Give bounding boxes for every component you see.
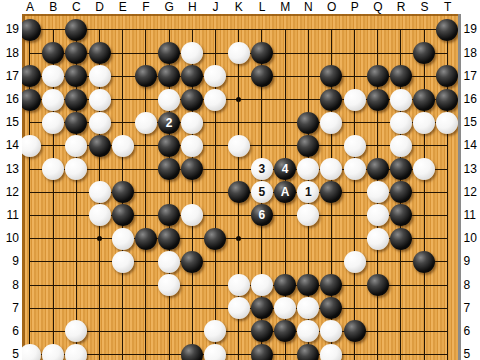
intersection-P8[interactable]	[343, 273, 366, 296]
intersection-M17[interactable]	[273, 65, 296, 88]
intersection-S7[interactable]	[413, 297, 436, 320]
intersection-E16[interactable]	[111, 88, 134, 111]
intersection-E5[interactable]	[111, 343, 134, 360]
intersection-F12[interactable]	[134, 181, 157, 204]
intersection-H19[interactable]	[181, 18, 204, 41]
intersection-K19[interactable]	[227, 18, 250, 41]
intersection-G15[interactable]: 2	[158, 111, 181, 134]
intersection-M10[interactable]	[273, 227, 296, 250]
intersection-K7[interactable]	[227, 297, 250, 320]
intersection-G12[interactable]	[158, 181, 181, 204]
intersection-K8[interactable]	[227, 273, 250, 296]
intersection-F6[interactable]	[134, 320, 157, 343]
intersection-C7[interactable]	[65, 297, 88, 320]
intersection-K18[interactable]	[227, 42, 250, 65]
intersection-R10[interactable]	[389, 227, 412, 250]
intersection-L5[interactable]	[250, 343, 273, 360]
intersection-T15[interactable]	[436, 111, 459, 134]
intersection-F15[interactable]	[134, 111, 157, 134]
intersection-D7[interactable]	[88, 297, 111, 320]
intersection-L18[interactable]	[250, 42, 273, 65]
row-label-right-10: 10	[464, 227, 480, 250]
intersection-D8[interactable]	[88, 273, 111, 296]
intersection-F19[interactable]	[134, 18, 157, 41]
intersection-J19[interactable]	[204, 18, 227, 41]
intersection-Q5[interactable]	[366, 343, 389, 360]
intersection-K6[interactable]	[227, 320, 250, 343]
intersection-G8[interactable]	[158, 273, 181, 296]
intersection-C6[interactable]	[65, 320, 88, 343]
intersection-Q12[interactable]	[366, 181, 389, 204]
intersection-H6[interactable]	[181, 320, 204, 343]
intersection-R6[interactable]	[389, 320, 412, 343]
intersection-C8[interactable]	[65, 273, 88, 296]
intersection-N13[interactable]	[297, 158, 320, 181]
intersection-O16[interactable]	[320, 88, 343, 111]
intersection-N10[interactable]	[297, 227, 320, 250]
intersection-G19[interactable]	[158, 18, 181, 41]
intersection-N16[interactable]	[297, 88, 320, 111]
black-stone-R10	[390, 228, 412, 250]
intersection-B11[interactable]	[42, 204, 65, 227]
intersection-S6[interactable]	[413, 320, 436, 343]
intersection-Q10[interactable]	[366, 227, 389, 250]
intersection-L12[interactable]: 5	[250, 181, 273, 204]
intersection-Q19[interactable]	[366, 18, 389, 41]
intersection-O15[interactable]	[320, 111, 343, 134]
intersection-F8[interactable]	[134, 273, 157, 296]
intersection-N6[interactable]	[297, 320, 320, 343]
intersection-R8[interactable]	[389, 273, 412, 296]
intersection-Q9[interactable]	[366, 250, 389, 273]
intersection-S17[interactable]	[413, 65, 436, 88]
intersection-P9[interactable]	[343, 250, 366, 273]
intersection-F18[interactable]	[134, 42, 157, 65]
intersection-J5[interactable]	[204, 343, 227, 360]
intersection-C5[interactable]	[65, 343, 88, 360]
intersection-R14[interactable]	[389, 134, 412, 157]
intersection-D5[interactable]	[88, 343, 111, 360]
grid-line-v	[261, 227, 262, 250]
intersection-O12[interactable]	[320, 181, 343, 204]
intersection-H13[interactable]	[181, 158, 204, 181]
black-stone-A16	[19, 89, 41, 111]
black-stone-A19	[19, 19, 41, 41]
intersection-G6[interactable]	[158, 320, 181, 343]
intersection-T19[interactable]	[436, 18, 459, 41]
intersection-H5[interactable]	[181, 343, 204, 360]
intersection-B15[interactable]	[42, 111, 65, 134]
intersection-G18[interactable]	[158, 42, 181, 65]
grid-line-v	[354, 297, 355, 320]
intersection-J10[interactable]	[204, 227, 227, 250]
intersection-T8[interactable]	[436, 273, 459, 296]
intersection-D15[interactable]	[88, 111, 111, 134]
intersection-J11[interactable]	[204, 204, 227, 227]
intersection-M19[interactable]	[273, 18, 296, 41]
row-label-right-18: 18	[464, 42, 480, 65]
intersection-N18[interactable]	[297, 42, 320, 65]
intersection-B17[interactable]	[42, 65, 65, 88]
intersection-F17[interactable]	[134, 65, 157, 88]
move-label-L12: 5	[259, 186, 266, 198]
intersection-R7[interactable]	[389, 297, 412, 320]
intersection-T9[interactable]	[436, 250, 459, 273]
intersection-Q6[interactable]	[366, 320, 389, 343]
intersection-D11[interactable]	[88, 204, 111, 227]
intersection-P15[interactable]	[343, 111, 366, 134]
intersection-L9[interactable]	[250, 250, 273, 273]
intersection-M15[interactable]	[273, 111, 296, 134]
intersection-M13[interactable]: 4	[273, 158, 296, 181]
intersection-N5[interactable]	[297, 343, 320, 360]
intersection-D14[interactable]	[88, 134, 111, 157]
intersection-H15[interactable]	[181, 111, 204, 134]
intersection-H16[interactable]	[181, 88, 204, 111]
intersection-C19[interactable]	[65, 18, 88, 41]
intersection-P18[interactable]	[343, 42, 366, 65]
intersection-H17[interactable]	[181, 65, 204, 88]
intersection-H9[interactable]	[181, 250, 204, 273]
intersection-G11[interactable]	[158, 204, 181, 227]
intersection-L15[interactable]	[250, 111, 273, 134]
go-board-app: 2345A16 ABCDEFGHJKLMNOPQRST 191817161514…	[0, 0, 480, 360]
intersection-O17[interactable]	[320, 65, 343, 88]
intersection-D17[interactable]	[88, 65, 111, 88]
intersection-S10[interactable]	[413, 227, 436, 250]
intersection-O10[interactable]	[320, 227, 343, 250]
intersection-J6[interactable]	[204, 320, 227, 343]
grid-line-v	[53, 273, 54, 296]
intersection-O9[interactable]	[320, 250, 343, 273]
intersection-T12[interactable]	[436, 181, 459, 204]
intersection-M8[interactable]	[273, 273, 296, 296]
intersection-P5[interactable]	[343, 343, 366, 360]
intersection-D9[interactable]	[88, 250, 111, 273]
intersection-L6[interactable]	[250, 320, 273, 343]
intersection-Q11[interactable]	[366, 204, 389, 227]
intersection-L19[interactable]	[250, 18, 273, 41]
intersection-N11[interactable]	[297, 204, 320, 227]
intersection-N15[interactable]	[297, 111, 320, 134]
intersection-C17[interactable]	[65, 65, 88, 88]
intersection-K13[interactable]	[227, 158, 250, 181]
intersection-E11[interactable]	[111, 204, 134, 227]
intersection-F14[interactable]	[134, 134, 157, 157]
intersection-B5[interactable]	[42, 343, 65, 360]
intersection-D10[interactable]	[88, 227, 111, 250]
intersection-T16[interactable]	[436, 88, 459, 111]
intersection-R12[interactable]	[389, 181, 412, 204]
intersection-N8[interactable]	[297, 273, 320, 296]
intersection-R5[interactable]	[389, 343, 412, 360]
intersection-N7[interactable]	[297, 297, 320, 320]
intersection-P10[interactable]	[343, 227, 366, 250]
intersection-P12[interactable]	[343, 181, 366, 204]
grid-line-h	[30, 192, 42, 193]
intersection-C10[interactable]	[65, 227, 88, 250]
intersection-H12[interactable]	[181, 181, 204, 204]
intersection-E17[interactable]	[111, 65, 134, 88]
grid-line-v	[424, 227, 425, 250]
intersection-H7[interactable]	[181, 297, 204, 320]
intersection-L16[interactable]	[250, 88, 273, 111]
intersection-G7[interactable]	[158, 297, 181, 320]
intersection-C14[interactable]	[65, 134, 88, 157]
intersection-O18[interactable]	[320, 42, 343, 65]
intersection-D13[interactable]	[88, 158, 111, 181]
intersection-M11[interactable]	[273, 204, 296, 227]
intersection-F11[interactable]	[134, 204, 157, 227]
intersection-M6[interactable]	[273, 320, 296, 343]
intersection-M7[interactable]	[273, 297, 296, 320]
intersection-F5[interactable]	[134, 343, 157, 360]
intersection-C13[interactable]	[65, 158, 88, 181]
intersection-L7[interactable]	[250, 297, 273, 320]
white-stone-Q11	[367, 204, 389, 226]
intersection-D6[interactable]	[88, 320, 111, 343]
intersection-B9[interactable]	[42, 250, 65, 273]
intersection-R11[interactable]	[389, 204, 412, 227]
intersection-E13[interactable]	[111, 158, 134, 181]
grid-line-v	[447, 42, 448, 65]
intersection-E8[interactable]	[111, 273, 134, 296]
intersection-D16[interactable]	[88, 88, 111, 111]
intersection-P17[interactable]	[343, 65, 366, 88]
intersection-O11[interactable]	[320, 204, 343, 227]
intersection-R9[interactable]	[389, 250, 412, 273]
intersection-G14[interactable]	[158, 134, 181, 157]
intersection-Q16[interactable]	[366, 88, 389, 111]
intersection-E15[interactable]	[111, 111, 134, 134]
intersection-Q15[interactable]	[366, 111, 389, 134]
intersection-C12[interactable]	[65, 181, 88, 204]
intersection-B14[interactable]	[42, 134, 65, 157]
intersection-L10[interactable]	[250, 227, 273, 250]
intersection-H8[interactable]	[181, 273, 204, 296]
intersection-C9[interactable]	[65, 250, 88, 273]
black-stone-M8	[274, 274, 296, 296]
intersection-N17[interactable]	[297, 65, 320, 88]
intersection-Q17[interactable]	[366, 65, 389, 88]
intersection-M18[interactable]	[273, 42, 296, 65]
intersection-Q13[interactable]	[366, 158, 389, 181]
intersection-R17[interactable]	[389, 65, 412, 88]
intersection-J9[interactable]	[204, 250, 227, 273]
intersection-K10[interactable]	[227, 227, 250, 250]
intersection-P19[interactable]	[343, 18, 366, 41]
intersection-O13[interactable]	[320, 158, 343, 181]
intersection-H10[interactable]	[181, 227, 204, 250]
intersection-F16[interactable]	[134, 88, 157, 111]
intersection-O7[interactable]	[320, 297, 343, 320]
intersection-D19[interactable]	[88, 18, 111, 41]
intersection-T18[interactable]	[436, 42, 459, 65]
intersection-M9[interactable]	[273, 250, 296, 273]
intersection-R18[interactable]	[389, 42, 412, 65]
intersection-G5[interactable]	[158, 343, 181, 360]
black-stone-B18	[42, 42, 64, 64]
intersection-G13[interactable]	[158, 158, 181, 181]
intersection-F10[interactable]	[134, 227, 157, 250]
intersection-K12[interactable]	[227, 181, 250, 204]
intersection-N14[interactable]	[297, 134, 320, 157]
intersection-T10[interactable]	[436, 227, 459, 250]
intersection-C15[interactable]	[65, 111, 88, 134]
intersection-E9[interactable]	[111, 250, 134, 273]
intersection-M12[interactable]: A	[273, 181, 296, 204]
intersection-K14[interactable]	[227, 134, 250, 157]
intersection-S14[interactable]	[413, 134, 436, 157]
intersection-S11[interactable]	[413, 204, 436, 227]
intersection-L8[interactable]	[250, 273, 273, 296]
intersection-O19[interactable]	[320, 18, 343, 41]
intersection-J12[interactable]	[204, 181, 227, 204]
intersection-L14[interactable]	[250, 134, 273, 157]
intersection-J14[interactable]	[204, 134, 227, 157]
intersection-F7[interactable]	[134, 297, 157, 320]
intersection-K9[interactable]	[227, 250, 250, 273]
intersection-L17[interactable]	[250, 65, 273, 88]
intersection-T7[interactable]	[436, 297, 459, 320]
intersection-P11[interactable]	[343, 204, 366, 227]
intersection-E12[interactable]	[111, 181, 134, 204]
intersection-Q8[interactable]	[366, 273, 389, 296]
intersection-T5[interactable]	[436, 343, 459, 360]
intersection-J18[interactable]	[204, 42, 227, 65]
grid-line-v	[53, 320, 54, 343]
intersection-B16[interactable]	[42, 88, 65, 111]
intersection-T17[interactable]	[436, 65, 459, 88]
black-stone-G18	[158, 42, 180, 64]
intersection-O8[interactable]	[320, 273, 343, 296]
intersection-R19[interactable]	[389, 18, 412, 41]
intersection-S13[interactable]	[413, 158, 436, 181]
intersection-P6[interactable]	[343, 320, 366, 343]
intersection-S18[interactable]	[413, 42, 436, 65]
intersection-B6[interactable]	[42, 320, 65, 343]
intersection-E18[interactable]	[111, 42, 134, 65]
intersection-P16[interactable]	[343, 88, 366, 111]
black-stone-G11	[158, 204, 180, 226]
grid-line-v	[215, 204, 216, 227]
intersection-B19[interactable]	[42, 18, 65, 41]
intersection-S12[interactable]	[413, 181, 436, 204]
intersection-G9[interactable]	[158, 250, 181, 273]
intersection-C11[interactable]	[65, 204, 88, 227]
intersection-Q7[interactable]	[366, 297, 389, 320]
intersection-B12[interactable]	[42, 181, 65, 204]
grid-line-v	[76, 204, 77, 227]
intersection-N9[interactable]	[297, 250, 320, 273]
intersection-E7[interactable]	[111, 297, 134, 320]
intersection-L11[interactable]: 6	[250, 204, 273, 227]
intersection-S15[interactable]	[413, 111, 436, 134]
intersection-S9[interactable]	[413, 250, 436, 273]
grid-line-v	[238, 30, 239, 42]
white-stone-P14	[344, 135, 366, 157]
intersection-G10[interactable]	[158, 227, 181, 250]
intersection-K5[interactable]	[227, 343, 250, 360]
grid-line-v	[99, 273, 100, 296]
intersection-J7[interactable]	[204, 297, 227, 320]
intersection-E10[interactable]	[111, 227, 134, 250]
intersection-S8[interactable]	[413, 273, 436, 296]
intersection-P7[interactable]	[343, 297, 366, 320]
intersection-B7[interactable]	[42, 297, 65, 320]
col-label-L: L	[259, 0, 266, 14]
intersection-G16[interactable]	[158, 88, 181, 111]
intersection-K15[interactable]	[227, 111, 250, 134]
intersection-D12[interactable]	[88, 181, 111, 204]
intersection-O6[interactable]	[320, 320, 343, 343]
intersection-H14[interactable]	[181, 134, 204, 157]
intersection-B18[interactable]	[42, 42, 65, 65]
intersection-B10[interactable]	[42, 227, 65, 250]
grid-line-v	[331, 134, 332, 157]
intersection-L13[interactable]: 3	[250, 158, 273, 181]
intersection-Q14[interactable]	[366, 134, 389, 157]
intersection-R15[interactable]	[389, 111, 412, 134]
intersection-F13[interactable]	[134, 158, 157, 181]
intersection-T6[interactable]	[436, 320, 459, 343]
intersection-G17[interactable]	[158, 65, 181, 88]
intersection-E19[interactable]	[111, 18, 134, 41]
intersection-B8[interactable]	[42, 273, 65, 296]
intersection-J13[interactable]	[204, 158, 227, 181]
intersection-T13[interactable]	[436, 158, 459, 181]
intersection-S16[interactable]	[413, 88, 436, 111]
intersection-E14[interactable]	[111, 134, 134, 157]
intersection-M14[interactable]	[273, 134, 296, 157]
black-stone-Q8	[367, 274, 389, 296]
intersection-K11[interactable]	[227, 204, 250, 227]
intersection-Q18[interactable]	[366, 42, 389, 65]
intersection-B13[interactable]	[42, 158, 65, 181]
intersection-T11[interactable]	[436, 204, 459, 227]
intersection-S19[interactable]	[413, 18, 436, 41]
intersection-N19[interactable]	[297, 18, 320, 41]
intersection-J16[interactable]	[204, 88, 227, 111]
intersection-J17[interactable]	[204, 65, 227, 88]
intersection-C18[interactable]	[65, 42, 88, 65]
grid-line-v	[377, 343, 378, 360]
intersection-K17[interactable]	[227, 65, 250, 88]
intersection-T14[interactable]	[436, 134, 459, 157]
intersection-J8[interactable]	[204, 273, 227, 296]
intersection-O5[interactable]	[320, 343, 343, 360]
intersection-N12[interactable]: 1	[297, 181, 320, 204]
intersection-D18[interactable]	[88, 42, 111, 65]
intersection-J15[interactable]	[204, 111, 227, 134]
intersection-P14[interactable]	[343, 134, 366, 157]
intersection-R16[interactable]	[389, 88, 412, 111]
grid-line-v	[285, 204, 286, 227]
intersection-M16[interactable]	[273, 88, 296, 111]
intersection-S5[interactable]	[413, 343, 436, 360]
intersection-H18[interactable]	[181, 42, 204, 65]
intersection-R13[interactable]	[389, 158, 412, 181]
intersection-C16[interactable]	[65, 88, 88, 111]
intersection-E6[interactable]	[111, 320, 134, 343]
intersection-M5[interactable]	[273, 343, 296, 360]
intersection-F9[interactable]	[134, 250, 157, 273]
intersection-K16[interactable]	[227, 88, 250, 111]
intersection-O14[interactable]	[320, 134, 343, 157]
intersection-H11[interactable]	[181, 204, 204, 227]
grid-line-v	[215, 181, 216, 204]
intersection-P13[interactable]	[343, 158, 366, 181]
